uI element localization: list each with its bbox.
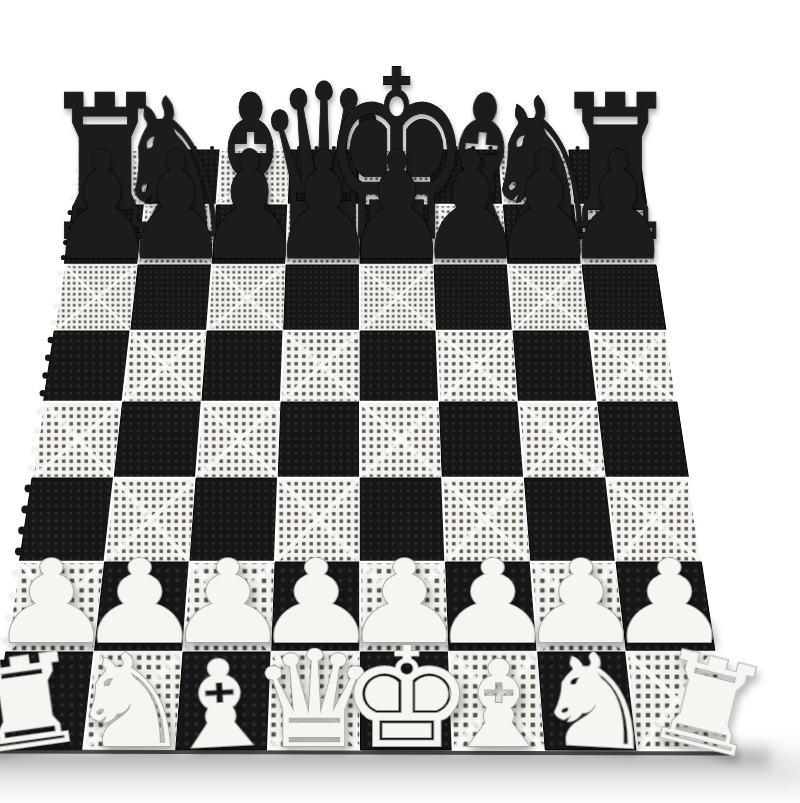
square-c5[interactable] [202, 331, 284, 402]
edge-tab [36, 408, 43, 415]
edge-tab [48, 337, 55, 344]
square-b4[interactable] [114, 402, 202, 478]
square-d4[interactable] [278, 402, 360, 478]
square-h4[interactable] [598, 402, 689, 478]
edge-tab [53, 303, 59, 309]
square-f4[interactable] [439, 402, 524, 478]
edge-tab [45, 354, 52, 361]
square-a5[interactable] [44, 331, 131, 402]
edge-tab [31, 446, 38, 453]
edge-tab [34, 427, 41, 434]
square-g5[interactable] [513, 331, 598, 402]
square-e5[interactable] [360, 331, 439, 402]
edge-tab [18, 527, 26, 535]
edge-tab [21, 506, 29, 514]
edge-tab [40, 390, 47, 397]
edge-tab [51, 320, 57, 326]
piece-black-pawn-h7[interactable]: ♟ [564, 119, 672, 293]
photo-canvas: ♜♞♝♛♚♝♞♜♟♟♟♟♟♟♟♟♟♟♟♟♟♟♟♟♜♞♝♛♚♝♞♜ [0, 0, 800, 803]
edge-tab [42, 372, 49, 379]
edge-tab [28, 465, 35, 472]
edge-tab [25, 485, 33, 493]
chessboard-photo: ♜♞♝♛♚♝♞♜♟♟♟♟♟♟♟♟♟♟♟♟♟♟♟♟♜♞♝♛♚♝♞♜ [0, 0, 800, 803]
